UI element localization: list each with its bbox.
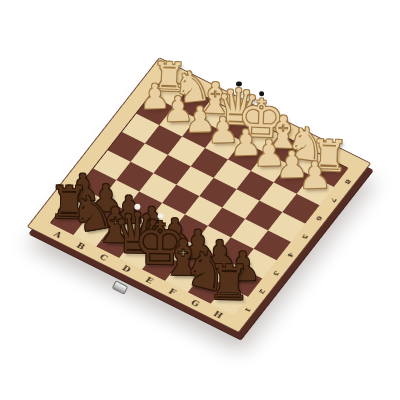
chess-set-photo: ABCDEFGH 12345678 ♜♞♝♛♚♝♞♜♟♟♟♟♟♟♟♟♟♟♟♟♟♟… bbox=[0, 0, 400, 400]
piece-dark-rook-h1[interactable]: ♜ bbox=[207, 258, 251, 307]
finial-king-e1 bbox=[158, 213, 163, 218]
finial-queen-d8 bbox=[236, 81, 242, 87]
piece-light-pawn-h7[interactable]: ♟ bbox=[298, 158, 331, 195]
finial-king-e8 bbox=[259, 91, 264, 96]
pieces-layer: ♜♞♝♛♚♝♞♜♟♟♟♟♟♟♟♟♟♟♟♟♟♟♟♟♜♞♝♛♚♝♞♜ bbox=[0, 0, 400, 400]
